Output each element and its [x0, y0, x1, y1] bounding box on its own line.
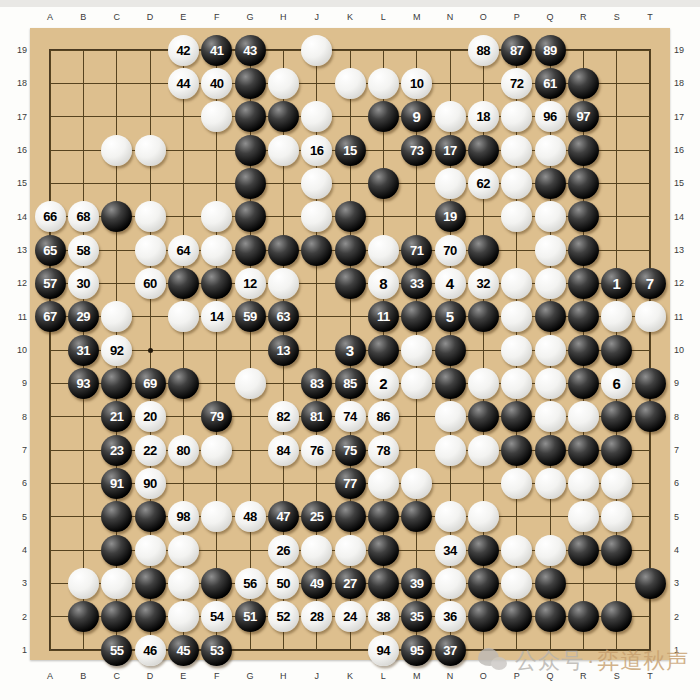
row-left-label-3: 3 [5, 578, 27, 588]
move-number: 5 [446, 309, 454, 324]
go-board: 4241438887894440107261918969716157317626… [30, 28, 670, 660]
stone-black-K3: 27 [335, 568, 366, 599]
stone-white-O9 [468, 368, 499, 399]
move-number: 22 [143, 444, 156, 457]
move-number: 67 [43, 310, 56, 323]
stone-white-D13 [135, 235, 166, 266]
stone-white-L8: 86 [368, 401, 399, 432]
col-top-label-A: A [40, 12, 60, 22]
col-top-label-C: C [107, 12, 127, 22]
col-bottom-label-L: L [373, 671, 393, 681]
stone-black-K6: 77 [335, 468, 366, 499]
stone-black-K7: 75 [335, 435, 366, 466]
move-number: 9 [412, 109, 420, 124]
move-number: 80 [177, 444, 190, 457]
move-number: 37 [443, 644, 456, 657]
wechat-icon [478, 647, 510, 675]
stone-black-J13 [301, 235, 332, 266]
stone-black-G15 [235, 168, 266, 199]
move-number: 32 [477, 277, 490, 290]
stone-white-S9: 6 [601, 368, 632, 399]
col-top-label-L: L [373, 12, 393, 22]
row-left-label-11: 11 [5, 312, 27, 322]
col-top-label-S: S [607, 12, 627, 22]
move-number: 78 [377, 444, 390, 457]
stone-black-B9: 93 [68, 368, 99, 399]
stone-black-G18 [235, 68, 266, 99]
move-number: 95 [410, 644, 423, 657]
stone-black-S7 [601, 435, 632, 466]
stone-white-D14 [135, 201, 166, 232]
stone-white-B14: 68 [68, 201, 99, 232]
stone-white-E19: 42 [168, 35, 199, 66]
stone-white-M18: 10 [401, 68, 432, 99]
row-left-label-7: 7 [5, 445, 27, 455]
stone-black-Q7 [535, 435, 566, 466]
move-number: 15 [343, 144, 356, 157]
move-number: 86 [377, 410, 390, 423]
row-left-label-15: 15 [5, 178, 27, 188]
stone-black-M16: 73 [401, 135, 432, 166]
move-number: 13 [277, 344, 290, 357]
stone-black-L17 [368, 101, 399, 132]
stone-black-D2 [135, 601, 166, 632]
stone-white-B3 [68, 568, 99, 599]
move-number: 93 [77, 377, 90, 390]
move-number: 81 [310, 410, 323, 423]
col-top-label-B: B [73, 12, 93, 22]
move-number: 70 [443, 244, 456, 257]
stone-white-N17 [435, 101, 466, 132]
row-left-label-16: 16 [5, 145, 27, 155]
move-number: 11 [377, 310, 390, 323]
col-top-label-P: P [507, 12, 527, 22]
stone-white-J19 [301, 35, 332, 66]
stone-black-Q2 [535, 601, 566, 632]
move-number: 23 [110, 444, 123, 457]
stone-white-H7: 84 [268, 435, 299, 466]
stone-black-G17 [235, 101, 266, 132]
stone-white-K8: 74 [335, 401, 366, 432]
stone-black-F12 [201, 268, 232, 299]
move-number: 12 [243, 277, 256, 290]
col-top-label-M: M [407, 12, 427, 22]
stone-white-H12 [268, 268, 299, 299]
stone-white-N5 [435, 501, 466, 532]
stone-black-G13 [235, 235, 266, 266]
stone-white-D1: 46 [135, 635, 166, 666]
stone-white-K4 [335, 535, 366, 566]
row-left-label-1: 1 [5, 645, 27, 655]
stone-black-E9 [168, 368, 199, 399]
move-number: 36 [443, 610, 456, 623]
move-number: 83 [310, 377, 323, 390]
stone-white-E18: 44 [168, 68, 199, 99]
stone-white-G3: 56 [235, 568, 266, 599]
move-number: 55 [110, 644, 123, 657]
row-right-label-10: 10 [674, 345, 696, 355]
col-top-label-H: H [273, 12, 293, 22]
move-number: 96 [543, 110, 556, 123]
stone-black-K16: 15 [335, 135, 366, 166]
stone-white-P4 [501, 535, 532, 566]
stone-black-O4 [468, 535, 499, 566]
stone-white-Q14 [535, 201, 566, 232]
move-number: 75 [343, 444, 356, 457]
stone-white-A14: 66 [35, 201, 66, 232]
stone-white-O12: 32 [468, 268, 499, 299]
row-right-label-9: 9 [674, 378, 696, 388]
stone-white-E3 [168, 568, 199, 599]
move-number: 50 [277, 577, 290, 590]
stone-white-C16 [101, 135, 132, 166]
stone-white-F13 [201, 235, 232, 266]
stone-black-R18 [568, 68, 599, 99]
stone-white-N3 [435, 568, 466, 599]
stone-black-C4 [101, 535, 132, 566]
stone-white-O15: 62 [468, 168, 499, 199]
move-number: 85 [343, 377, 356, 390]
stone-black-L5 [368, 501, 399, 532]
row-left-label-9: 9 [5, 378, 27, 388]
col-bottom-label-E: E [173, 671, 193, 681]
move-number: 28 [310, 610, 323, 623]
stone-white-D12: 60 [135, 268, 166, 299]
stone-white-H8: 82 [268, 401, 299, 432]
move-number: 40 [210, 77, 223, 90]
stone-black-E12 [168, 268, 199, 299]
stone-black-S4 [601, 535, 632, 566]
row-right-label-14: 14 [674, 212, 696, 222]
move-number: 26 [277, 544, 290, 557]
stone-black-G14 [235, 201, 266, 232]
stone-white-Q12 [535, 268, 566, 299]
move-number: 38 [377, 610, 390, 623]
stone-black-L10 [368, 335, 399, 366]
move-number: 21 [110, 410, 123, 423]
move-number: 41 [210, 44, 223, 57]
col-top-label-J: J [307, 12, 327, 22]
stone-white-R6 [568, 468, 599, 499]
stone-black-Q18: 61 [535, 68, 566, 99]
stone-black-O2 [468, 601, 499, 632]
row-right-label-15: 15 [674, 178, 696, 188]
move-number: 71 [410, 244, 423, 257]
move-number: 68 [77, 210, 90, 223]
stone-black-J9: 83 [301, 368, 332, 399]
col-bottom-label-J: J [307, 671, 327, 681]
col-bottom-label-K: K [340, 671, 360, 681]
row-right-label-11: 11 [674, 312, 696, 322]
move-number: 72 [510, 77, 523, 90]
stone-white-N15 [435, 168, 466, 199]
stone-black-R9 [568, 368, 599, 399]
col-bottom-label-F: F [207, 671, 227, 681]
stone-white-K18 [335, 68, 366, 99]
col-top-label-O: O [473, 12, 493, 22]
stone-white-L18 [368, 68, 399, 99]
stone-white-N2: 36 [435, 601, 466, 632]
stone-black-L3 [368, 568, 399, 599]
move-number: 61 [543, 77, 556, 90]
move-number: 56 [243, 577, 256, 590]
stone-black-E1: 45 [168, 635, 199, 666]
stone-black-N16: 17 [435, 135, 466, 166]
stone-black-K12 [335, 268, 366, 299]
move-number: 24 [343, 610, 356, 623]
col-top-label-E: E [173, 12, 193, 22]
move-number: 49 [310, 577, 323, 590]
stone-white-Q16 [535, 135, 566, 166]
stone-black-B10: 31 [68, 335, 99, 366]
stone-white-P15 [501, 168, 532, 199]
stone-white-K2: 24 [335, 601, 366, 632]
stone-black-A11: 67 [35, 301, 66, 332]
row-left-label-6: 6 [5, 478, 27, 488]
move-number: 1 [612, 276, 620, 291]
stone-white-P12 [501, 268, 532, 299]
stone-black-N9 [435, 368, 466, 399]
stone-black-S12: 1 [601, 268, 632, 299]
stone-white-F18: 40 [201, 68, 232, 99]
stone-black-H13 [268, 235, 299, 266]
stone-black-R17: 97 [568, 101, 599, 132]
stone-black-M1: 95 [401, 635, 432, 666]
move-number: 69 [143, 377, 156, 390]
stone-white-L13 [368, 235, 399, 266]
stone-black-N11: 5 [435, 301, 466, 332]
move-number: 42 [177, 44, 190, 57]
move-number: 3 [346, 343, 354, 358]
stone-black-G11: 59 [235, 301, 266, 332]
watermark-account-label: 公众号 [515, 646, 584, 676]
row-left-label-4: 4 [5, 545, 27, 555]
stone-white-M6 [401, 468, 432, 499]
col-bottom-label-A: A [40, 671, 60, 681]
watermark-separator: · [584, 648, 597, 674]
stone-black-P19: 87 [501, 35, 532, 66]
col-bottom-label-B: B [73, 671, 93, 681]
stone-black-G2: 51 [235, 601, 266, 632]
stone-black-T3 [635, 568, 666, 599]
stone-white-H3: 50 [268, 568, 299, 599]
move-number: 31 [77, 344, 90, 357]
stone-black-C9 [101, 368, 132, 399]
stone-black-K9: 85 [335, 368, 366, 399]
row-right-label-2: 2 [674, 612, 696, 622]
move-number: 57 [43, 277, 56, 290]
stone-black-K14 [335, 201, 366, 232]
move-number: 52 [277, 610, 290, 623]
stone-white-R8 [568, 401, 599, 432]
stone-white-C3 [101, 568, 132, 599]
row-right-label-13: 13 [674, 245, 696, 255]
move-number: 66 [43, 210, 56, 223]
move-number: 97 [577, 110, 590, 123]
move-number: 63 [277, 310, 290, 323]
stone-black-O8 [468, 401, 499, 432]
stone-white-H2: 52 [268, 601, 299, 632]
col-top-label-Q: Q [540, 12, 560, 22]
move-number: 45 [177, 644, 190, 657]
stone-black-O13 [468, 235, 499, 266]
stone-black-R4 [568, 535, 599, 566]
stone-white-C10: 92 [101, 335, 132, 366]
stone-black-G19: 43 [235, 35, 266, 66]
col-top-label-N: N [440, 12, 460, 22]
stone-white-Q4 [535, 535, 566, 566]
move-number: 60 [143, 277, 156, 290]
row-left-label-12: 12 [5, 278, 27, 288]
col-top-label-F: F [207, 12, 227, 22]
stone-black-D3 [135, 568, 166, 599]
stone-white-G9 [235, 368, 266, 399]
stone-black-M13: 71 [401, 235, 432, 266]
row-right-label-6: 6 [674, 478, 696, 488]
move-number: 48 [243, 510, 256, 523]
stone-black-H5: 47 [268, 501, 299, 532]
move-number: 58 [77, 244, 90, 257]
row-left-label-10: 10 [5, 345, 27, 355]
row-right-label-19: 19 [674, 45, 696, 55]
stone-white-Q6 [535, 468, 566, 499]
col-top-label-D: D [140, 12, 160, 22]
move-number: 14 [210, 310, 223, 323]
stone-black-Q3 [535, 568, 566, 599]
move-number: 65 [43, 244, 56, 257]
move-number: 8 [379, 276, 387, 291]
stone-black-D5 [135, 501, 166, 532]
stone-black-R14 [568, 201, 599, 232]
stone-black-C1: 55 [101, 635, 132, 666]
stone-white-M10 [401, 335, 432, 366]
stone-white-H18 [268, 68, 299, 99]
move-number: 10 [410, 77, 423, 90]
stone-black-A13: 65 [35, 235, 66, 266]
move-number: 98 [177, 510, 190, 523]
stone-black-T9 [635, 368, 666, 399]
stone-black-A12: 57 [35, 268, 66, 299]
stone-white-P6 [501, 468, 532, 499]
move-number: 46 [143, 644, 156, 657]
move-number: 82 [277, 410, 290, 423]
row-right-label-18: 18 [674, 78, 696, 88]
stone-white-O7 [468, 435, 499, 466]
move-number: 39 [410, 577, 423, 590]
stone-black-J3: 49 [301, 568, 332, 599]
move-number: 62 [477, 177, 490, 190]
move-number: 6 [612, 376, 620, 391]
stone-white-O19: 88 [468, 35, 499, 66]
move-number: 54 [210, 610, 223, 623]
row-left-label-2: 2 [5, 612, 27, 622]
move-number: 27 [343, 577, 356, 590]
move-number: 84 [277, 444, 290, 457]
stone-black-R13 [568, 235, 599, 266]
move-number: 44 [177, 77, 190, 90]
col-bottom-label-C: C [107, 671, 127, 681]
top-strip [0, 0, 700, 7]
stone-white-L12: 8 [368, 268, 399, 299]
stone-black-N14: 19 [435, 201, 466, 232]
stone-white-D6: 90 [135, 468, 166, 499]
row-right-label-17: 17 [674, 112, 696, 122]
stone-white-R5 [568, 501, 599, 532]
stone-black-B11: 29 [68, 301, 99, 332]
stone-black-R7 [568, 435, 599, 466]
move-number: 73 [410, 144, 423, 157]
stone-white-N8 [435, 401, 466, 432]
stone-white-J4 [301, 535, 332, 566]
stone-white-P10 [501, 335, 532, 366]
stone-black-L15 [368, 168, 399, 199]
col-bottom-label-D: D [140, 671, 160, 681]
stone-black-Q19: 89 [535, 35, 566, 66]
row-right-label-3: 3 [674, 578, 696, 588]
stone-black-R11 [568, 301, 599, 332]
stone-white-N7 [435, 435, 466, 466]
stone-black-R16 [568, 135, 599, 166]
stone-black-H17 [268, 101, 299, 132]
move-number: 77 [343, 477, 356, 490]
stone-white-L2: 38 [368, 601, 399, 632]
row-left-label-14: 14 [5, 212, 27, 222]
stone-black-H11: 63 [268, 301, 299, 332]
stone-black-R12 [568, 268, 599, 299]
stone-black-C6: 91 [101, 468, 132, 499]
stone-white-D7: 22 [135, 435, 166, 466]
stone-white-L6 [368, 468, 399, 499]
stone-white-J7: 76 [301, 435, 332, 466]
stone-white-G5: 48 [235, 501, 266, 532]
move-number: 19 [443, 210, 456, 223]
stone-black-M3: 39 [401, 568, 432, 599]
stone-white-D8: 20 [135, 401, 166, 432]
move-number: 2 [379, 376, 387, 391]
row-right-label-12: 12 [674, 278, 696, 288]
stone-black-L4 [368, 535, 399, 566]
move-number: 18 [477, 110, 490, 123]
row-left-label-5: 5 [5, 512, 27, 522]
move-number: 7 [646, 276, 654, 291]
move-number: 59 [243, 310, 256, 323]
stone-white-D4 [135, 535, 166, 566]
stone-black-P7 [501, 435, 532, 466]
move-number: 17 [443, 144, 456, 157]
move-number: 89 [543, 44, 556, 57]
stone-white-Q17: 96 [535, 101, 566, 132]
stone-white-E4 [168, 535, 199, 566]
row-left-label-18: 18 [5, 78, 27, 88]
star-point [148, 348, 153, 353]
move-number: 16 [310, 144, 323, 157]
stone-white-Q13 [535, 235, 566, 266]
stone-white-D16 [135, 135, 166, 166]
stone-white-E7: 80 [168, 435, 199, 466]
stone-black-D9: 69 [135, 368, 166, 399]
move-number: 51 [243, 610, 256, 623]
stone-white-M9 [401, 368, 432, 399]
stone-white-E13: 64 [168, 235, 199, 266]
stone-white-T11 [635, 301, 666, 332]
row-right-label-7: 7 [674, 445, 696, 455]
move-number: 76 [310, 444, 323, 457]
move-number: 30 [77, 277, 90, 290]
watermark: 公众号 · 弈道秋声 [478, 646, 689, 676]
stone-black-T12: 7 [635, 268, 666, 299]
stone-white-P16 [501, 135, 532, 166]
go-diagram: 4241438887894440107261918969716157317626… [0, 0, 700, 700]
